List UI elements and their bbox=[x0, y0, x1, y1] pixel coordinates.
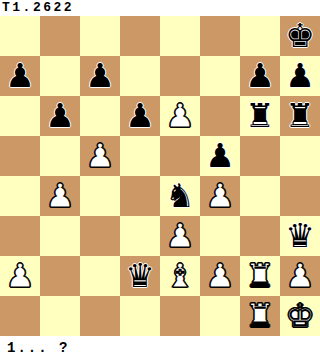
square-c8[interactable] bbox=[80, 16, 120, 56]
square-c2[interactable] bbox=[80, 256, 120, 296]
white-pawn[interactable]: ♟ bbox=[165, 216, 195, 256]
square-a6[interactable] bbox=[0, 96, 40, 136]
square-a1[interactable] bbox=[0, 296, 40, 336]
square-d5[interactable] bbox=[120, 136, 160, 176]
square-e6[interactable]: ♟ bbox=[160, 96, 200, 136]
square-d1[interactable] bbox=[120, 296, 160, 336]
square-g1[interactable]: ♜ bbox=[240, 296, 280, 336]
bottom-bar: 1... ? bbox=[0, 336, 320, 360]
square-h5[interactable] bbox=[280, 136, 320, 176]
square-a2[interactable]: ♟ bbox=[0, 256, 40, 296]
white-pawn[interactable]: ♟ bbox=[5, 256, 35, 296]
square-a3[interactable] bbox=[0, 216, 40, 256]
square-g4[interactable] bbox=[240, 176, 280, 216]
square-f8[interactable] bbox=[200, 16, 240, 56]
black-king[interactable]: ♚ bbox=[285, 16, 315, 56]
square-b1[interactable] bbox=[40, 296, 80, 336]
square-d3[interactable] bbox=[120, 216, 160, 256]
chess-puzzle-app: T1.2622 ♚♟♟♟♟♟♟♟♜♜♟♟♟♞♟♟♛♟♛♝♟♜♟♜♚ 1... ? bbox=[0, 0, 320, 360]
square-c3[interactable] bbox=[80, 216, 120, 256]
square-c4[interactable] bbox=[80, 176, 120, 216]
top-bar: T1.2622 bbox=[0, 0, 320, 16]
square-e3[interactable]: ♟ bbox=[160, 216, 200, 256]
square-e2[interactable]: ♝ bbox=[160, 256, 200, 296]
square-g6[interactable]: ♜ bbox=[240, 96, 280, 136]
square-e4[interactable]: ♞ bbox=[160, 176, 200, 216]
square-h2[interactable]: ♟ bbox=[280, 256, 320, 296]
square-e1[interactable] bbox=[160, 296, 200, 336]
square-e5[interactable] bbox=[160, 136, 200, 176]
black-pawn[interactable]: ♟ bbox=[5, 56, 35, 96]
white-pawn[interactable]: ♟ bbox=[205, 256, 235, 296]
white-pawn[interactable]: ♟ bbox=[45, 176, 75, 216]
black-queen[interactable]: ♛ bbox=[285, 216, 315, 256]
white-rook[interactable]: ♜ bbox=[245, 296, 275, 336]
move-prompt-label: 1... ? bbox=[0, 338, 69, 358]
square-h8[interactable]: ♚ bbox=[280, 16, 320, 56]
black-pawn[interactable]: ♟ bbox=[45, 96, 75, 136]
square-d6[interactable]: ♟ bbox=[120, 96, 160, 136]
square-g8[interactable] bbox=[240, 16, 280, 56]
square-a5[interactable] bbox=[0, 136, 40, 176]
square-a8[interactable] bbox=[0, 16, 40, 56]
square-h7[interactable]: ♟ bbox=[280, 56, 320, 96]
square-h3[interactable]: ♛ bbox=[280, 216, 320, 256]
square-d7[interactable] bbox=[120, 56, 160, 96]
square-b8[interactable] bbox=[40, 16, 80, 56]
square-c7[interactable]: ♟ bbox=[80, 56, 120, 96]
black-pawn[interactable]: ♟ bbox=[205, 136, 235, 176]
black-queen[interactable]: ♛ bbox=[125, 256, 155, 296]
square-g5[interactable] bbox=[240, 136, 280, 176]
square-b6[interactable]: ♟ bbox=[40, 96, 80, 136]
square-f3[interactable] bbox=[200, 216, 240, 256]
square-f6[interactable] bbox=[200, 96, 240, 136]
black-pawn[interactable]: ♟ bbox=[85, 56, 115, 96]
black-knight[interactable]: ♞ bbox=[165, 176, 195, 216]
square-b7[interactable] bbox=[40, 56, 80, 96]
square-h6[interactable]: ♜ bbox=[280, 96, 320, 136]
square-g3[interactable] bbox=[240, 216, 280, 256]
black-rook[interactable]: ♜ bbox=[285, 96, 315, 136]
black-rook[interactable]: ♜ bbox=[245, 96, 275, 136]
square-c1[interactable] bbox=[80, 296, 120, 336]
square-g7[interactable]: ♟ bbox=[240, 56, 280, 96]
square-b3[interactable] bbox=[40, 216, 80, 256]
square-a4[interactable] bbox=[0, 176, 40, 216]
square-b4[interactable]: ♟ bbox=[40, 176, 80, 216]
white-king[interactable]: ♚ bbox=[285, 296, 315, 336]
square-e7[interactable] bbox=[160, 56, 200, 96]
white-pawn[interactable]: ♟ bbox=[205, 176, 235, 216]
square-f4[interactable]: ♟ bbox=[200, 176, 240, 216]
square-b5[interactable] bbox=[40, 136, 80, 176]
square-f2[interactable]: ♟ bbox=[200, 256, 240, 296]
square-h1[interactable]: ♚ bbox=[280, 296, 320, 336]
square-e8[interactable] bbox=[160, 16, 200, 56]
square-d2[interactable]: ♛ bbox=[120, 256, 160, 296]
square-b2[interactable] bbox=[40, 256, 80, 296]
puzzle-id-label: T1.2622 bbox=[0, 0, 74, 16]
white-pawn[interactable]: ♟ bbox=[285, 256, 315, 296]
square-g2[interactable]: ♜ bbox=[240, 256, 280, 296]
square-d8[interactable] bbox=[120, 16, 160, 56]
square-d4[interactable] bbox=[120, 176, 160, 216]
square-h4[interactable] bbox=[280, 176, 320, 216]
square-c6[interactable] bbox=[80, 96, 120, 136]
square-f1[interactable] bbox=[200, 296, 240, 336]
square-f7[interactable] bbox=[200, 56, 240, 96]
white-pawn[interactable]: ♟ bbox=[165, 96, 195, 136]
black-pawn[interactable]: ♟ bbox=[125, 96, 155, 136]
black-pawn[interactable]: ♟ bbox=[245, 56, 275, 96]
white-rook[interactable]: ♜ bbox=[245, 256, 275, 296]
square-f5[interactable]: ♟ bbox=[200, 136, 240, 176]
square-c5[interactable]: ♟ bbox=[80, 136, 120, 176]
white-pawn[interactable]: ♟ bbox=[85, 136, 115, 176]
chess-board: ♚♟♟♟♟♟♟♟♜♜♟♟♟♞♟♟♛♟♛♝♟♜♟♜♚ bbox=[0, 16, 320, 336]
white-bishop[interactable]: ♝ bbox=[165, 256, 195, 296]
square-a7[interactable]: ♟ bbox=[0, 56, 40, 96]
black-pawn[interactable]: ♟ bbox=[285, 56, 315, 96]
